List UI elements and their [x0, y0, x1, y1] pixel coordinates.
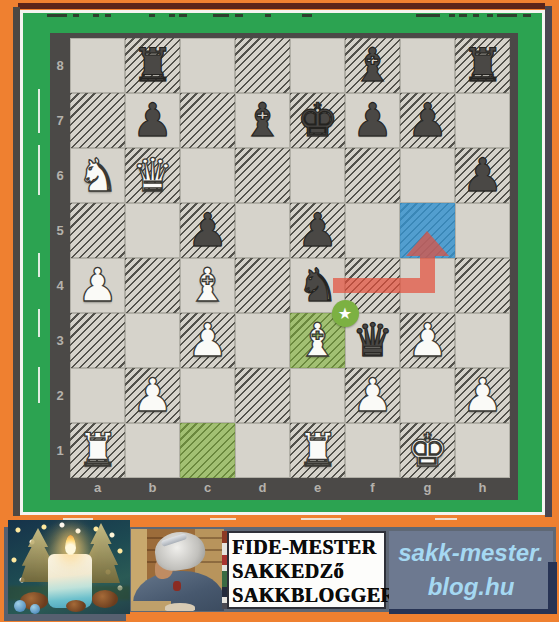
file-label-b: b: [125, 478, 180, 498]
file-label-g: g: [400, 478, 455, 498]
banner-navy-accent-bottom: [389, 609, 556, 614]
piece-black-rook[interactable]: ♜: [462, 38, 503, 93]
piece-black-pawn[interactable]: ♟: [187, 203, 228, 258]
christmas-candle-photo: [8, 520, 130, 614]
file-label-f: f: [345, 478, 400, 498]
square-a5[interactable]: [70, 203, 125, 258]
square-d7[interactable]: ♝: [235, 93, 290, 148]
piece-white-rook[interactable]: ♜: [77, 423, 118, 478]
rank-label-7: 7: [50, 93, 70, 148]
piece-black-pawn[interactable]: ♟: [297, 203, 338, 258]
square-b1[interactable]: [125, 423, 180, 478]
ornament-ball: [30, 604, 40, 614]
square-h4[interactable]: [455, 258, 510, 313]
rank-label-2: 2: [50, 368, 70, 423]
best-move-star-icon: ★: [332, 300, 359, 327]
file-label-h: h: [455, 478, 510, 498]
piece-white-rook[interactable]: ♜: [297, 423, 338, 478]
square-a8[interactable]: [70, 38, 125, 93]
piece-black-queen[interactable]: ♛: [352, 313, 393, 368]
pinecone: [92, 590, 118, 608]
board-panel: 87654321 abcdefgh ★ ♜♝♜♟♝♚♟♟♞♛♟♟♟♟♝♞♟♝♛♟…: [20, 10, 545, 515]
square-h3[interactable]: [455, 313, 510, 368]
blog-url-line-2[interactable]: blog.hu: [389, 570, 553, 604]
piece-white-knight[interactable]: ♞: [77, 148, 118, 203]
rank-label-6: 6: [50, 148, 70, 203]
coach-shirt: [173, 581, 181, 591]
square-a2[interactable]: [70, 368, 125, 423]
rank-label-5: 5: [50, 203, 70, 258]
square-e1[interactable]: ♜: [290, 423, 345, 478]
square-a6[interactable]: ♞: [70, 148, 125, 203]
file-label-d: d: [235, 478, 290, 498]
square-d6[interactable]: [235, 148, 290, 203]
piece-white-pawn[interactable]: ♟: [407, 313, 448, 368]
square-f2[interactable]: ♟: [345, 368, 400, 423]
square-g2[interactable]: [400, 368, 455, 423]
piece-black-bishop[interactable]: ♝: [242, 93, 283, 148]
square-d4[interactable]: [235, 258, 290, 313]
square-c5[interactable]: ♟: [180, 203, 235, 258]
square-b7[interactable]: ♟: [125, 93, 180, 148]
square-g7[interactable]: ♟: [400, 93, 455, 148]
square-a1[interactable]: ♜: [70, 423, 125, 478]
banner-title-box: FIDE-MESTER SAKKEDZő SAKKBLOGGER: [227, 531, 386, 609]
square-b6[interactable]: ♛: [125, 148, 180, 203]
square-e5[interactable]: ♟: [290, 203, 345, 258]
square-d5[interactable]: [235, 203, 290, 258]
square-b5[interactable]: [125, 203, 180, 258]
square-g6[interactable]: [400, 148, 455, 203]
file-labels: abcdefgh: [70, 478, 510, 500]
square-c6[interactable]: [180, 148, 235, 203]
square-a3[interactable]: [70, 313, 125, 368]
screenshot-root: 87654321 abcdefgh ★ ♜♝♜♟♝♚♟♟♞♛♟♟♟♟♝♞♟♝♛♟…: [0, 0, 559, 622]
banner-title-line-2: SAKKEDZő: [232, 559, 384, 583]
file-label-e: e: [290, 478, 345, 498]
square-d2[interactable]: [235, 368, 290, 423]
square-g8[interactable]: [400, 38, 455, 93]
piece-white-bishop[interactable]: ♝: [297, 313, 338, 368]
window-right-edge: [545, 6, 552, 517]
square-f6[interactable]: [345, 148, 400, 203]
piece-white-pawn[interactable]: ♟: [132, 368, 173, 423]
square-c3[interactable]: ♟: [180, 313, 235, 368]
piece-black-king[interactable]: ♚: [297, 93, 338, 148]
square-f5[interactable]: [345, 203, 400, 258]
square-a4[interactable]: ♟: [70, 258, 125, 313]
square-b2[interactable]: ♟: [125, 368, 180, 423]
square-h8[interactable]: ♜: [455, 38, 510, 93]
rank-label-3: 3: [50, 313, 70, 368]
square-b8[interactable]: ♜: [125, 38, 180, 93]
rank-labels: 87654321: [50, 38, 70, 478]
square-h7[interactable]: [455, 93, 510, 148]
highlight-c1-green: [180, 423, 235, 478]
file-label-c: c: [180, 478, 235, 498]
square-h1[interactable]: [455, 423, 510, 478]
square-h6[interactable]: ♟: [455, 148, 510, 203]
piece-white-queen[interactable]: ♛: [132, 148, 173, 203]
square-e2[interactable]: [290, 368, 345, 423]
piece-black-pawn[interactable]: ♟: [132, 93, 173, 148]
piece-white-pawn[interactable]: ♟: [462, 368, 503, 423]
banner-navy-accent-right: [548, 562, 557, 614]
square-d1[interactable]: [235, 423, 290, 478]
square-g1[interactable]: ♚: [400, 423, 455, 478]
candle-flame: [65, 535, 76, 555]
square-f1[interactable]: [345, 423, 400, 478]
square-e8[interactable]: [290, 38, 345, 93]
square-f7[interactable]: ♟: [345, 93, 400, 148]
hands: [165, 603, 195, 611]
square-b4[interactable]: [125, 258, 180, 313]
piece-black-pawn[interactable]: ♟: [352, 93, 393, 148]
square-f8[interactable]: ♝: [345, 38, 400, 93]
square-c8[interactable]: [180, 38, 235, 93]
blog-url-line-1[interactable]: sakk-mester.: [389, 536, 553, 570]
square-e7[interactable]: ♚: [290, 93, 345, 148]
piece-black-pawn[interactable]: ♟: [407, 93, 448, 148]
window-top-stripe: [18, 3, 545, 9]
square-b3[interactable]: [125, 313, 180, 368]
file-label-a: a: [70, 478, 125, 498]
piece-white-pawn[interactable]: ♟: [77, 258, 118, 313]
square-a7[interactable]: [70, 93, 125, 148]
piece-white-pawn[interactable]: ♟: [187, 313, 228, 368]
rank-label-8: 8: [50, 38, 70, 93]
piece-black-bishop[interactable]: ♝: [352, 38, 393, 93]
square-e6[interactable]: [290, 148, 345, 203]
window-left-edge: [13, 7, 20, 516]
blog-url-box[interactable]: sakk-mester. blog.hu: [389, 531, 553, 609]
piece-black-pawn[interactable]: ♟: [462, 148, 503, 203]
chess-coach-photo: [131, 529, 224, 611]
square-h2[interactable]: ♟: [455, 368, 510, 423]
square-g3[interactable]: ♟: [400, 313, 455, 368]
banner-title-line-1: FIDE-MESTER: [232, 535, 384, 559]
rank-label-1: 1: [50, 423, 70, 478]
piece-black-knight[interactable]: ♞: [297, 258, 338, 313]
pinecone: [66, 600, 86, 612]
rank-label-4: 4: [50, 258, 70, 313]
square-d3[interactable]: [235, 313, 290, 368]
piece-white-bishop[interactable]: ♝: [187, 258, 228, 313]
banner-title-line-3: SAKKBLOGGER: [232, 583, 384, 607]
square-c2[interactable]: [180, 368, 235, 423]
piece-white-king[interactable]: ♚: [407, 423, 448, 478]
square-c7[interactable]: [180, 93, 235, 148]
square-c4[interactable]: ♝: [180, 258, 235, 313]
chess-board: 87654321 abcdefgh ★ ♜♝♜♟♝♚♟♟♞♛♟♟♟♟♝♞♟♝♛♟…: [50, 33, 518, 500]
piece-white-pawn[interactable]: ♟: [352, 368, 393, 423]
piece-black-rook[interactable]: ♜: [132, 38, 173, 93]
square-h5[interactable]: [455, 203, 510, 258]
board-squares: ★ ♜♝♜♟♝♚♟♟♞♛♟♟♟♟♝♞♟♝♛♟♟♟♟♜♜♚: [70, 38, 510, 478]
square-d8[interactable]: [235, 38, 290, 93]
ornament-ball: [14, 600, 26, 612]
